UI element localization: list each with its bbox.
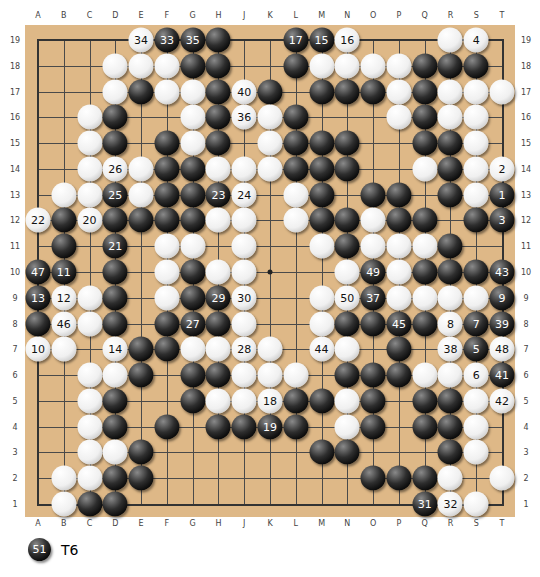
col-label-bottom-P: P: [396, 519, 401, 528]
stone-E6[interactable]: [129, 363, 154, 388]
stone-K17[interactable]: [258, 79, 283, 104]
move-number-R1: 32: [443, 499, 457, 510]
row-label-right-15: 15: [521, 139, 531, 148]
stone-H16[interactable]: [206, 105, 231, 130]
stone-N12[interactable]: [335, 208, 360, 233]
stone-C6[interactable]: [77, 363, 102, 388]
stone-S13[interactable]: [464, 182, 489, 207]
stone-O2[interactable]: [361, 466, 386, 491]
stone-D7[interactable]: 14: [103, 337, 128, 362]
stone-Q6[interactable]: [412, 363, 437, 388]
stone-R19[interactable]: [438, 28, 463, 53]
stone-G8[interactable]: 27: [180, 311, 205, 336]
stone-R15[interactable]: [438, 131, 463, 156]
move-number-D13: 25: [108, 189, 122, 200]
stone-E3[interactable]: [129, 440, 154, 465]
row-label-left-3: 3: [12, 448, 17, 457]
stone-D13[interactable]: 25: [103, 182, 128, 207]
stone-N8[interactable]: [335, 311, 360, 336]
move-number-T14: 2: [499, 163, 506, 174]
stone-R8[interactable]: 8: [438, 311, 463, 336]
stone-O5[interactable]: [361, 388, 386, 413]
stone-D15[interactable]: [103, 131, 128, 156]
row-label-right-13: 13: [521, 190, 531, 199]
stone-G9[interactable]: [180, 285, 205, 310]
stone-A12[interactable]: 22: [26, 208, 51, 233]
stone-K7[interactable]: [258, 337, 283, 362]
stone-J5[interactable]: [232, 388, 257, 413]
stone-G10[interactable]: [180, 260, 205, 285]
stone-P16[interactable]: [386, 105, 411, 130]
stone-C5[interactable]: [77, 388, 102, 413]
stone-R7[interactable]: 38: [438, 337, 463, 362]
stone-F12[interactable]: [154, 208, 179, 233]
stone-D11[interactable]: 21: [103, 234, 128, 259]
stone-R4[interactable]: [438, 414, 463, 439]
stone-O17[interactable]: [361, 79, 386, 104]
stone-A8[interactable]: [26, 311, 51, 336]
stone-S3[interactable]: [464, 440, 489, 465]
row-label-left-13: 13: [10, 190, 20, 199]
stone-F18[interactable]: [154, 53, 179, 78]
stone-D14[interactable]: 26: [103, 156, 128, 181]
stone-B13[interactable]: [51, 182, 76, 207]
stone-N14[interactable]: [335, 156, 360, 181]
stone-T12[interactable]: 3: [490, 208, 515, 233]
stone-Q17[interactable]: [412, 79, 437, 104]
stone-C14[interactable]: [77, 156, 102, 181]
stone-H12[interactable]: [206, 208, 231, 233]
stone-S6[interactable]: 6: [464, 363, 489, 388]
stone-F19[interactable]: 33: [154, 28, 179, 53]
stone-F7[interactable]: [154, 337, 179, 362]
stone-P7[interactable]: [386, 337, 411, 362]
stone-B2[interactable]: [51, 466, 76, 491]
stone-M14[interactable]: [309, 156, 334, 181]
stone-H18[interactable]: [206, 53, 231, 78]
stone-T8[interactable]: 39: [490, 311, 515, 336]
col-label-bottom-N: N: [344, 519, 350, 528]
stone-M17[interactable]: [309, 79, 334, 104]
row-label-right-1: 1: [523, 500, 528, 509]
stone-O12[interactable]: [361, 208, 386, 233]
stone-D1[interactable]: [103, 492, 128, 517]
stone-A9[interactable]: 13: [26, 285, 51, 310]
stone-T9[interactable]: 9: [490, 285, 515, 310]
stone-G13[interactable]: [180, 182, 205, 207]
stone-N11[interactable]: [335, 234, 360, 259]
stone-Q2[interactable]: [412, 466, 437, 491]
stone-M5[interactable]: [309, 388, 334, 413]
stone-N5[interactable]: [335, 388, 360, 413]
stone-G14[interactable]: [180, 156, 205, 181]
stone-D8[interactable]: [103, 311, 128, 336]
stone-D3[interactable]: [103, 440, 128, 465]
stone-A10[interactable]: 47: [26, 260, 51, 285]
stone-J4[interactable]: [232, 414, 257, 439]
stone-S18[interactable]: [464, 53, 489, 78]
stone-D2[interactable]: [103, 466, 128, 491]
stone-B9[interactable]: 12: [51, 285, 76, 310]
stone-O9[interactable]: 37: [361, 285, 386, 310]
stone-O8[interactable]: [361, 311, 386, 336]
move-number-M19: 15: [315, 35, 329, 46]
stone-O10[interactable]: 49: [361, 260, 386, 285]
stone-Q9[interactable]: [412, 285, 437, 310]
row-label-left-9: 9: [12, 293, 17, 302]
stone-K16[interactable]: [258, 105, 283, 130]
stone-J9[interactable]: 30: [232, 285, 257, 310]
stone-E17[interactable]: [129, 79, 154, 104]
stone-B1[interactable]: [51, 492, 76, 517]
stone-S4[interactable]: [464, 414, 489, 439]
stone-G6[interactable]: [180, 363, 205, 388]
stone-T5[interactable]: 42: [490, 388, 515, 413]
stone-S9[interactable]: [464, 285, 489, 310]
stone-O11[interactable]: [361, 234, 386, 259]
stone-F4[interactable]: [154, 414, 179, 439]
stone-B12[interactable]: [51, 208, 76, 233]
col-label-top-R: R: [448, 11, 454, 20]
stone-L6[interactable]: [283, 363, 308, 388]
move-number-L19: 17: [289, 35, 303, 46]
stone-F15[interactable]: [154, 131, 179, 156]
stone-D18[interactable]: [103, 53, 128, 78]
stone-O4[interactable]: [361, 414, 386, 439]
stone-E18[interactable]: [129, 53, 154, 78]
stone-D12[interactable]: [103, 208, 128, 233]
stone-L4[interactable]: [283, 414, 308, 439]
stone-F10[interactable]: [154, 260, 179, 285]
stone-M8[interactable]: [309, 311, 334, 336]
stone-M12[interactable]: [309, 208, 334, 233]
stone-G16[interactable]: [180, 105, 205, 130]
move-number-D11: 21: [108, 241, 122, 252]
stone-N18[interactable]: [335, 53, 360, 78]
col-label-bottom-T: T: [500, 519, 505, 528]
stone-K14[interactable]: [258, 156, 283, 181]
col-label-bottom-H: H: [215, 519, 221, 528]
stone-A7[interactable]: 10: [26, 337, 51, 362]
stone-B11[interactable]: [51, 234, 76, 259]
stone-M15[interactable]: [309, 131, 334, 156]
move-number-T5: 42: [495, 395, 509, 406]
stone-C15[interactable]: [77, 131, 102, 156]
stone-L19[interactable]: 17: [283, 28, 308, 53]
row-label-right-16: 16: [521, 113, 531, 122]
move-number-P8: 45: [392, 318, 406, 329]
stone-H10[interactable]: [206, 260, 231, 285]
stone-F13[interactable]: [154, 182, 179, 207]
col-label-top-G: G: [190, 11, 196, 20]
stone-D16[interactable]: [103, 105, 128, 130]
stone-J10[interactable]: [232, 260, 257, 285]
move-number-N19: 16: [340, 35, 354, 46]
stone-N6[interactable]: [335, 363, 360, 388]
stone-Q5[interactable]: [412, 388, 437, 413]
stone-R17[interactable]: [438, 79, 463, 104]
stone-H5[interactable]: [206, 388, 231, 413]
col-label-top-B: B: [61, 11, 67, 20]
stone-P9[interactable]: [386, 285, 411, 310]
stone-J16[interactable]: 36: [232, 105, 257, 130]
stone-M11[interactable]: [309, 234, 334, 259]
stone-K15[interactable]: [258, 131, 283, 156]
stone-M13[interactable]: [309, 182, 334, 207]
move-number-J13: 24: [237, 189, 251, 200]
stone-Q15[interactable]: [412, 131, 437, 156]
stone-E2[interactable]: [129, 466, 154, 491]
stone-C16[interactable]: [77, 105, 102, 130]
stone-Q10[interactable]: [412, 260, 437, 285]
stone-E13[interactable]: [129, 182, 154, 207]
stone-D5[interactable]: [103, 388, 128, 413]
stone-H7[interactable]: [206, 337, 231, 362]
stone-R3[interactable]: [438, 440, 463, 465]
move-number-K4: 19: [263, 421, 277, 432]
stone-S12[interactable]: [464, 208, 489, 233]
stone-C8[interactable]: [77, 311, 102, 336]
stone-S8[interactable]: 7: [464, 311, 489, 336]
stone-Q12[interactable]: [412, 208, 437, 233]
stone-Q1[interactable]: 31: [412, 492, 437, 517]
move-number-S19: 4: [473, 35, 480, 46]
stone-E7[interactable]: [129, 337, 154, 362]
stone-S15[interactable]: [464, 131, 489, 156]
move-number-F19: 33: [160, 35, 174, 46]
stone-D17[interactable]: [103, 79, 128, 104]
stone-C12[interactable]: 20: [77, 208, 102, 233]
stone-H14[interactable]: [206, 156, 231, 181]
stone-M9[interactable]: [309, 285, 334, 310]
stone-G18[interactable]: [180, 53, 205, 78]
stone-D9[interactable]: [103, 285, 128, 310]
stone-R11[interactable]: [438, 234, 463, 259]
stone-J7[interactable]: 28: [232, 337, 257, 362]
stone-P17[interactable]: [386, 79, 411, 104]
col-label-bottom-C: C: [87, 519, 93, 528]
stone-R9[interactable]: [438, 285, 463, 310]
row-label-right-11: 11: [521, 242, 531, 251]
stone-F14[interactable]: [154, 156, 179, 181]
stone-K5[interactable]: 18: [258, 388, 283, 413]
stone-G17[interactable]: [180, 79, 205, 104]
stone-L12[interactable]: [283, 208, 308, 233]
stone-J12[interactable]: [232, 208, 257, 233]
stone-G11[interactable]: [180, 234, 205, 259]
col-label-bottom-Q: Q: [422, 519, 428, 528]
stone-T10[interactable]: 43: [490, 260, 515, 285]
col-label-top-T: T: [500, 11, 505, 20]
stone-Q4[interactable]: [412, 414, 437, 439]
stone-Q8[interactable]: [412, 311, 437, 336]
stone-R16[interactable]: [438, 105, 463, 130]
stone-G5[interactable]: [180, 388, 205, 413]
row-label-right-10: 10: [521, 268, 531, 277]
stone-K4[interactable]: 19: [258, 414, 283, 439]
stone-S5[interactable]: [464, 388, 489, 413]
stone-B7[interactable]: [51, 337, 76, 362]
stone-E12[interactable]: [129, 208, 154, 233]
col-label-bottom-K: K: [267, 519, 272, 528]
stone-D6[interactable]: [103, 363, 128, 388]
stone-J17[interactable]: 40: [232, 79, 257, 104]
stone-F8[interactable]: [154, 311, 179, 336]
stone-H19[interactable]: [206, 28, 231, 53]
go-board[interactable]: 3433351715164403626225232412220321471149…: [25, 25, 515, 517]
move-number-T9: 9: [499, 292, 506, 303]
stone-O18[interactable]: [361, 53, 386, 78]
caption-coordinate: T6: [61, 542, 78, 558]
stone-M18[interactable]: [309, 53, 334, 78]
stone-R6[interactable]: [438, 363, 463, 388]
stone-H4[interactable]: [206, 414, 231, 439]
stone-Q14[interactable]: [412, 156, 437, 181]
stone-L13[interactable]: [283, 182, 308, 207]
caption-move-stone: 51: [28, 538, 51, 561]
stone-N10[interactable]: [335, 260, 360, 285]
stone-R14[interactable]: [438, 156, 463, 181]
stone-D4[interactable]: [103, 414, 128, 439]
stone-F11[interactable]: [154, 234, 179, 259]
stone-C1[interactable]: [77, 492, 102, 517]
move-number-A10: 47: [31, 267, 45, 278]
stone-J11[interactable]: [232, 234, 257, 259]
stone-E19[interactable]: 34: [129, 28, 154, 53]
stone-N3[interactable]: [335, 440, 360, 465]
stone-H9[interactable]: 29: [206, 285, 231, 310]
stone-N19[interactable]: 16: [335, 28, 360, 53]
stone-R5[interactable]: [438, 388, 463, 413]
stone-C2[interactable]: [77, 466, 102, 491]
stone-B8[interactable]: 46: [51, 311, 76, 336]
stone-B10[interactable]: 11: [51, 260, 76, 285]
row-label-left-18: 18: [10, 61, 20, 70]
stone-T17[interactable]: [490, 79, 515, 104]
stone-G19[interactable]: 35: [180, 28, 205, 53]
stone-D10[interactable]: [103, 260, 128, 285]
move-number-B8: 46: [57, 318, 71, 329]
stone-R18[interactable]: [438, 53, 463, 78]
move-number-R8: 8: [447, 318, 454, 329]
stone-J6[interactable]: [232, 363, 257, 388]
stone-N7[interactable]: [335, 337, 360, 362]
stone-S14[interactable]: [464, 156, 489, 181]
stone-T14[interactable]: 2: [490, 156, 515, 181]
stone-E14[interactable]: [129, 156, 154, 181]
stone-K6[interactable]: [258, 363, 283, 388]
stone-Q11[interactable]: [412, 234, 437, 259]
stone-R10[interactable]: [438, 260, 463, 285]
col-label-bottom-M: M: [318, 519, 325, 528]
stone-G7[interactable]: [180, 337, 205, 362]
stone-P13[interactable]: [386, 182, 411, 207]
stone-F17[interactable]: [154, 79, 179, 104]
stone-J14[interactable]: [232, 156, 257, 181]
stone-H13[interactable]: 23: [206, 182, 231, 207]
stone-R13[interactable]: [438, 182, 463, 207]
stone-T13[interactable]: 1: [490, 182, 515, 207]
stone-N4[interactable]: [335, 414, 360, 439]
stone-S16[interactable]: [464, 105, 489, 130]
row-label-right-4: 4: [523, 422, 528, 431]
row-label-right-14: 14: [521, 164, 531, 173]
col-label-top-M: M: [318, 11, 325, 20]
stone-M7[interactable]: 44: [309, 337, 334, 362]
row-label-right-17: 17: [521, 87, 531, 96]
stone-T7[interactable]: 48: [490, 337, 515, 362]
col-label-bottom-L: L: [294, 519, 298, 528]
row-label-right-7: 7: [523, 345, 528, 354]
stone-T2[interactable]: [490, 466, 515, 491]
move-number-T7: 48: [495, 344, 509, 355]
stone-L16[interactable]: [283, 105, 308, 130]
move-number-A12: 22: [31, 215, 45, 226]
stone-T6[interactable]: 41: [490, 363, 515, 388]
stone-G12[interactable]: [180, 208, 205, 233]
stone-M19[interactable]: 15: [309, 28, 334, 53]
stone-H17[interactable]: [206, 79, 231, 104]
row-label-left-8: 8: [12, 319, 17, 328]
stone-M3[interactable]: [309, 440, 334, 465]
row-label-left-16: 16: [10, 113, 20, 122]
stone-S1[interactable]: [464, 492, 489, 517]
stone-Q16[interactable]: [412, 105, 437, 130]
stone-P18[interactable]: [386, 53, 411, 78]
stone-F9[interactable]: [154, 285, 179, 310]
stone-N9[interactable]: 50: [335, 285, 360, 310]
stone-P2[interactable]: [386, 466, 411, 491]
stone-P12[interactable]: [386, 208, 411, 233]
stone-S7[interactable]: 5: [464, 337, 489, 362]
stone-Q18[interactable]: [412, 53, 437, 78]
row-label-left-11: 11: [10, 242, 20, 251]
stone-C3[interactable]: [77, 440, 102, 465]
stone-P10[interactable]: [386, 260, 411, 285]
stone-P8[interactable]: 45: [386, 311, 411, 336]
stone-R2[interactable]: [438, 466, 463, 491]
stone-L15[interactable]: [283, 131, 308, 156]
stone-S17[interactable]: [464, 79, 489, 104]
move-number-S8: 7: [473, 318, 480, 329]
row-label-left-7: 7: [12, 345, 17, 354]
stone-S10[interactable]: [464, 260, 489, 285]
stone-O6[interactable]: [361, 363, 386, 388]
stone-L5[interactable]: [283, 388, 308, 413]
stone-C4[interactable]: [77, 414, 102, 439]
stone-J8[interactable]: [232, 311, 257, 336]
row-label-left-14: 14: [10, 164, 20, 173]
stone-H8[interactable]: [206, 311, 231, 336]
stone-G15[interactable]: [180, 131, 205, 156]
stone-J13[interactable]: 24: [232, 182, 257, 207]
stone-R1[interactable]: 32: [438, 492, 463, 517]
stone-C9[interactable]: [77, 285, 102, 310]
stone-S19[interactable]: 4: [464, 28, 489, 53]
stone-N15[interactable]: [335, 131, 360, 156]
stone-P11[interactable]: [386, 234, 411, 259]
stone-O13[interactable]: [361, 182, 386, 207]
stone-H6[interactable]: [206, 363, 231, 388]
move-number-D7: 14: [108, 344, 122, 355]
stone-L18[interactable]: [283, 53, 308, 78]
stone-P6[interactable]: [386, 363, 411, 388]
row-label-left-2: 2: [12, 474, 17, 483]
stone-H15[interactable]: [206, 131, 231, 156]
stone-N17[interactable]: [335, 79, 360, 104]
stone-L14[interactable]: [283, 156, 308, 181]
stone-C13[interactable]: [77, 182, 102, 207]
